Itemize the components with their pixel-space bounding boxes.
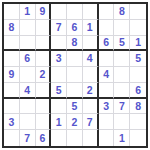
cell-r4c7[interactable] xyxy=(99,51,115,67)
cell-r3c6[interactable] xyxy=(83,36,99,52)
cell-r2c4[interactable]: 7 xyxy=(51,20,67,36)
cell-r8c4[interactable]: 1 xyxy=(51,114,67,130)
cell-r5c8[interactable] xyxy=(114,67,130,83)
cell-r3c3[interactable] xyxy=(36,36,52,52)
cell-r8c1[interactable]: 3 xyxy=(4,114,20,130)
cell-r3c1[interactable] xyxy=(4,36,20,52)
cell-r4c1[interactable] xyxy=(4,51,20,67)
cell-r2c3[interactable] xyxy=(36,20,52,36)
cell-r5c9[interactable] xyxy=(130,67,146,83)
cell-r9c3[interactable]: 6 xyxy=(36,130,52,146)
cell-r7c1[interactable] xyxy=(4,99,20,115)
cell-r6c7[interactable] xyxy=(99,83,115,99)
cell-r6c5[interactable] xyxy=(67,83,83,99)
cell-r6c9[interactable]: 6 xyxy=(130,83,146,99)
cell-r2c1[interactable]: 8 xyxy=(4,20,20,36)
cell-r4c2[interactable]: 6 xyxy=(20,51,36,67)
cell-r1c1[interactable] xyxy=(4,4,20,20)
cell-r4c3[interactable] xyxy=(36,51,52,67)
cell-r6c6[interactable]: 2 xyxy=(83,83,99,99)
cell-r5c4[interactable] xyxy=(51,67,67,83)
cell-r9c9[interactable] xyxy=(130,130,146,146)
cell-r3c7[interactable]: 6 xyxy=(99,36,115,52)
cell-r9c8[interactable]: 1 xyxy=(114,130,130,146)
cell-r9c7[interactable] xyxy=(99,130,115,146)
cell-r5c2[interactable] xyxy=(20,67,36,83)
cell-r4c4[interactable]: 3 xyxy=(51,51,67,67)
cell-r3c9[interactable]: 1 xyxy=(130,36,146,52)
cell-r2c8[interactable] xyxy=(114,20,130,36)
cell-r3c5[interactable]: 8 xyxy=(67,36,83,52)
cell-r8c5[interactable]: 2 xyxy=(67,114,83,130)
cell-r6c4[interactable]: 5 xyxy=(51,83,67,99)
cell-r6c8[interactable] xyxy=(114,83,130,99)
cell-r6c2[interactable]: 4 xyxy=(20,83,36,99)
cell-r2c2[interactable] xyxy=(20,20,36,36)
cell-r1c8[interactable]: 8 xyxy=(114,4,130,20)
cell-r7c5[interactable]: 5 xyxy=(67,99,83,115)
cell-r1c9[interactable] xyxy=(130,4,146,20)
cell-r3c2[interactable] xyxy=(20,36,36,52)
cell-r9c5[interactable] xyxy=(67,130,83,146)
sudoku-board: 198876186516345924452653783127761 xyxy=(2,2,148,148)
cell-r8c3[interactable] xyxy=(36,114,52,130)
cell-r1c2[interactable]: 1 xyxy=(20,4,36,20)
cell-r2c6[interactable]: 1 xyxy=(83,20,99,36)
cell-r9c4[interactable] xyxy=(51,130,67,146)
cell-r1c6[interactable] xyxy=(83,4,99,20)
cell-r8c9[interactable] xyxy=(130,114,146,130)
cell-r1c7[interactable] xyxy=(99,4,115,20)
cell-r6c3[interactable] xyxy=(36,83,52,99)
cell-r7c7[interactable]: 3 xyxy=(99,99,115,115)
cell-r8c2[interactable] xyxy=(20,114,36,130)
cell-r5c7[interactable]: 4 xyxy=(99,67,115,83)
cell-r2c7[interactable] xyxy=(99,20,115,36)
cell-r1c5[interactable] xyxy=(67,4,83,20)
cell-r7c6[interactable] xyxy=(83,99,99,115)
cell-r9c6[interactable] xyxy=(83,130,99,146)
cell-r8c6[interactable]: 7 xyxy=(83,114,99,130)
cell-r1c3[interactable]: 9 xyxy=(36,4,52,20)
cell-r4c8[interactable] xyxy=(114,51,130,67)
cell-r8c7[interactable] xyxy=(99,114,115,130)
cell-r7c2[interactable] xyxy=(20,99,36,115)
cell-r7c3[interactable] xyxy=(36,99,52,115)
cell-r9c1[interactable] xyxy=(4,130,20,146)
cell-r4c9[interactable]: 5 xyxy=(130,51,146,67)
cell-r3c8[interactable]: 5 xyxy=(114,36,130,52)
cell-r6c1[interactable] xyxy=(4,83,20,99)
cell-r4c5[interactable] xyxy=(67,51,83,67)
cell-r2c5[interactable]: 6 xyxy=(67,20,83,36)
cell-r8c8[interactable] xyxy=(114,114,130,130)
cell-r5c3[interactable]: 2 xyxy=(36,67,52,83)
cell-r7c4[interactable] xyxy=(51,99,67,115)
cell-r7c9[interactable]: 8 xyxy=(130,99,146,115)
cell-r3c4[interactable] xyxy=(51,36,67,52)
cell-r1c4[interactable] xyxy=(51,4,67,20)
cell-r5c1[interactable]: 9 xyxy=(4,67,20,83)
cell-r4c6[interactable]: 4 xyxy=(83,51,99,67)
cell-r5c5[interactable] xyxy=(67,67,83,83)
cell-r9c2[interactable]: 7 xyxy=(20,130,36,146)
cell-r7c8[interactable]: 7 xyxy=(114,99,130,115)
cell-r5c6[interactable] xyxy=(83,67,99,83)
cell-r2c9[interactable] xyxy=(130,20,146,36)
